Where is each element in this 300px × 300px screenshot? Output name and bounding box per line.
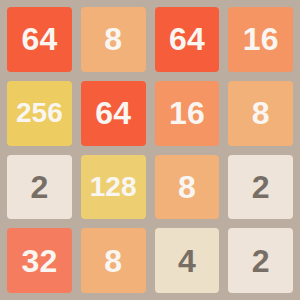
tile-r4c4-2: 2 xyxy=(228,228,293,293)
tile-r3c2-128: 128 xyxy=(81,155,146,220)
tile-r2c4-8: 8 xyxy=(228,81,293,146)
tile-r1c1-64: 64 xyxy=(7,7,72,72)
2048-board[interactable]: 64864162566416821288232842 xyxy=(0,0,300,300)
tile-r4c2-8: 8 xyxy=(81,228,146,293)
tile-r2c3-16: 16 xyxy=(155,81,220,146)
tile-r4c1-32: 32 xyxy=(7,228,72,293)
tile-r2c1-256: 256 xyxy=(7,81,72,146)
tile-r1c3-64: 64 xyxy=(155,7,220,72)
tile-r3c3-8: 8 xyxy=(155,155,220,220)
tile-r1c4-16: 16 xyxy=(228,7,293,72)
tile-r3c1-2: 2 xyxy=(7,155,72,220)
tile-r3c4-2: 2 xyxy=(228,155,293,220)
tile-r4c3-4: 4 xyxy=(155,228,220,293)
tile-r2c2-64: 64 xyxy=(81,81,146,146)
tile-r1c2-8: 8 xyxy=(81,7,146,72)
